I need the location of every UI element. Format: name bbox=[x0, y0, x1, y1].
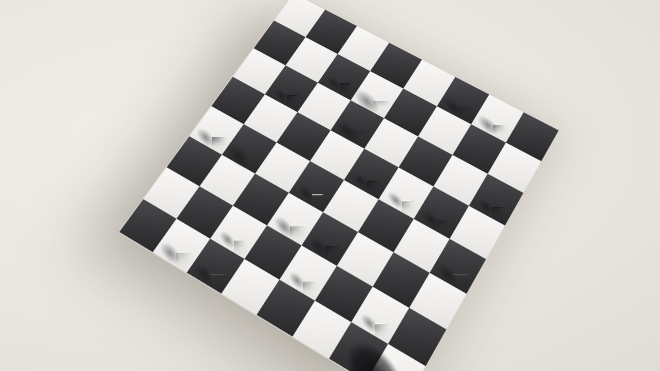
chess-board: ♜♝♟♚♟♛♟♟♟♝♞♚♟♜♞♞♟♟♟♜♞ bbox=[119, 0, 558, 371]
photo-background: Overhead photograph of a glossy black-an… bbox=[0, 0, 660, 371]
scene-caption: Overhead photograph of a glossy black-an… bbox=[0, 0, 1, 1]
white-rook-glyph: ♜ bbox=[431, 231, 476, 281]
white-pawn-glyph: ♟ bbox=[286, 250, 320, 288]
black-pawn-glyph: ♟ bbox=[351, 152, 383, 188]
piece-layer: ♜♝♟♚♟♛♟♟♟♝♞♚♟♜♞♞♟♟♟♜♞ bbox=[119, 0, 558, 371]
black-pawn-glyph: ♟ bbox=[476, 177, 509, 213]
white-knight-glyph: ♞ bbox=[189, 233, 232, 281]
black-bishop-glyph: ♝ bbox=[412, 172, 461, 227]
white-pawn-glyph: ♟ bbox=[358, 292, 392, 330]
